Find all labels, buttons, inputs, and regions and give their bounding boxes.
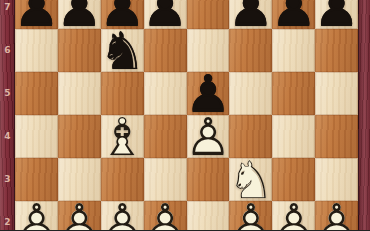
square-f5[interactable] [229,72,272,115]
square-b4[interactable] [58,115,101,158]
square-d4[interactable] [144,115,187,158]
rank-label-3: 3 [0,173,15,185]
square-h7[interactable]: ♟♙ [315,0,358,29]
rank-coordinates-bar: 765432 [0,0,15,230]
pawn-outline-icon: ♙ [139,197,191,230]
square-c6[interactable]: ♞♘ [101,29,144,72]
square-d5[interactable] [144,72,187,115]
square-d7[interactable]: ♟♙ [144,0,187,29]
white-pawn-h2[interactable]: ♟♙ [311,197,363,230]
square-h5[interactable] [315,72,358,115]
square-a4[interactable] [15,115,58,158]
rank-label-6: 6 [0,44,15,56]
square-f7[interactable]: ♟♙ [229,0,272,29]
white-bishop-c4[interactable]: ♝♗ [96,111,148,163]
square-g4[interactable] [272,115,315,158]
square-e7[interactable] [187,0,230,29]
square-d2[interactable]: ♟♙ [144,201,187,231]
square-h2[interactable]: ♟♙ [315,201,358,231]
board-grid: ♟♙♟♙♟♙♟♙♟♙♟♙♟♙♞♘♟♙♝♗♟♙♞♘♟♙♟♙♟♙♟♙♟♙♟♙♟♙ [15,0,358,230]
square-g5[interactable] [272,72,315,115]
square-c4[interactable]: ♝♗ [101,115,144,158]
square-f2[interactable]: ♟♙ [229,201,272,231]
square-a7[interactable]: ♟♙ [15,0,58,29]
white-pawn-d2[interactable]: ♟♙ [139,197,191,230]
bishop-outline-icon: ♗ [96,111,148,163]
square-e4[interactable]: ♟♙ [187,115,230,158]
square-b5[interactable] [58,72,101,115]
rank-label-5: 5 [0,87,15,99]
square-a2[interactable]: ♟♙ [15,201,58,231]
pawn-outline-icon: ♙ [311,197,363,230]
square-e2[interactable] [187,201,230,231]
black-knight-c6[interactable]: ♞♘ [96,25,148,77]
square-h4[interactable] [315,115,358,158]
chess-board: ♟♙♟♙♟♙♟♙♟♙♟♙♟♙♞♘♟♙♝♗♟♙♞♘♟♙♟♙♟♙♟♙♟♙♟♙♟♙ 7… [0,0,370,230]
square-b7[interactable]: ♟♙ [58,0,101,29]
square-c2[interactable]: ♟♙ [101,201,144,231]
pawn-outline-icon: ♙ [311,0,363,34]
square-g7[interactable]: ♟♙ [272,0,315,29]
black-pawn-h7[interactable]: ♟♙ [311,0,363,34]
rank-label-4: 4 [0,130,15,142]
square-a5[interactable] [15,72,58,115]
board-right-frame [358,0,370,230]
rank-label-2: 2 [0,216,15,228]
knight-outline-icon: ♘ [96,25,148,77]
square-g2[interactable]: ♟♙ [272,201,315,231]
rank-label-7: 7 [0,1,15,13]
square-b2[interactable]: ♟♙ [58,201,101,231]
